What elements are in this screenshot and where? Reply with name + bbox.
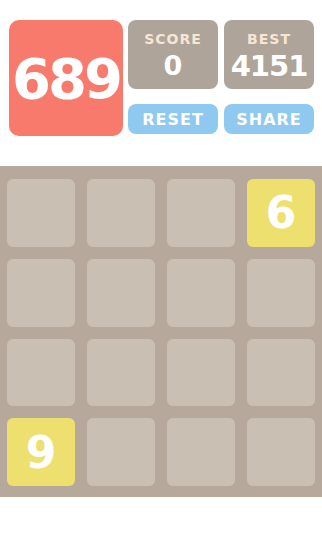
empty-cell: [87, 418, 155, 486]
score-label: SCORE: [144, 29, 202, 49]
reset-button[interactable]: RESET: [128, 104, 218, 134]
empty-cell: [247, 259, 315, 327]
empty-cell: [167, 259, 235, 327]
board[interactable]: 69: [0, 166, 322, 497]
tile-6: 6: [247, 179, 315, 247]
tile-9: 9: [7, 418, 75, 486]
empty-cell: [87, 259, 155, 327]
best-box: BEST 4151: [224, 20, 314, 89]
empty-cell: [167, 339, 235, 407]
score-box: SCORE 0: [128, 20, 218, 89]
score-value: 0: [164, 49, 183, 83]
empty-cell: [167, 179, 235, 247]
best-value: 4151: [231, 49, 308, 83]
empty-cell: [247, 339, 315, 407]
empty-cell: [7, 179, 75, 247]
empty-cell: [87, 339, 155, 407]
empty-cell: [167, 418, 235, 486]
empty-cell: [87, 179, 155, 247]
best-label: BEST: [247, 29, 291, 49]
empty-cell: [7, 259, 75, 327]
logo-tile: 689: [9, 20, 123, 136]
empty-cell: [7, 339, 75, 407]
logo-text: 689: [12, 46, 120, 111]
share-button[interactable]: SHARE: [224, 104, 314, 134]
empty-cell: [247, 418, 315, 486]
